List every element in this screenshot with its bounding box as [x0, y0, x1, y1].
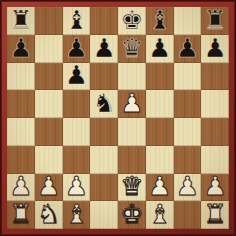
square-f4[interactable] [146, 118, 174, 146]
black-pawn-d7[interactable]: ♟ [92, 35, 115, 61]
square-d5[interactable]: ♞ [90, 90, 118, 118]
white-pawn-h2[interactable]: ♟ [203, 173, 226, 199]
square-d4[interactable] [90, 118, 118, 146]
square-a7[interactable]: ♟ [7, 35, 35, 63]
square-h4[interactable] [201, 118, 229, 146]
square-e6[interactable] [118, 63, 146, 91]
square-c4[interactable] [63, 118, 91, 146]
square-h5[interactable] [201, 90, 229, 118]
square-d6[interactable] [90, 63, 118, 91]
black-king-e8[interactable]: ♚ [120, 7, 143, 33]
square-a4[interactable] [7, 118, 35, 146]
square-g5[interactable] [174, 90, 202, 118]
black-queen-e7[interactable]: ♛ [120, 35, 143, 61]
white-queen-e2[interactable]: ♛ [120, 173, 143, 199]
square-b3[interactable] [35, 146, 63, 174]
square-g2[interactable]: ♟ [174, 174, 202, 202]
square-e8[interactable]: ♚ [118, 7, 146, 35]
square-f6[interactable] [146, 63, 174, 91]
square-d7[interactable]: ♟ [90, 35, 118, 63]
square-d8[interactable] [90, 7, 118, 35]
square-e4[interactable] [118, 118, 146, 146]
black-rook-a8[interactable]: ♜ [9, 7, 32, 33]
white-pawn-b2[interactable]: ♟ [37, 173, 60, 199]
white-pawn-a2[interactable]: ♟ [9, 173, 32, 199]
square-b5[interactable] [35, 90, 63, 118]
square-b6[interactable] [35, 63, 63, 91]
square-b7[interactable] [35, 35, 63, 63]
square-h2[interactable]: ♟ [201, 174, 229, 202]
white-rook-a1[interactable]: ♜ [9, 201, 32, 227]
square-h3[interactable] [201, 146, 229, 174]
square-f2[interactable]: ♟ [146, 174, 174, 202]
square-e5[interactable]: ♟ [118, 90, 146, 118]
black-pawn-c6[interactable]: ♟ [65, 62, 88, 88]
square-b1[interactable]: ♞ [35, 201, 63, 229]
square-h6[interactable] [201, 63, 229, 91]
square-g1[interactable] [174, 201, 202, 229]
white-pawn-c2[interactable]: ♟ [65, 173, 88, 199]
square-a8[interactable]: ♜ [7, 7, 35, 35]
black-bishop-f8[interactable]: ♝ [148, 7, 171, 33]
white-pawn-e5[interactable]: ♟ [120, 90, 143, 116]
black-pawn-g7[interactable]: ♟ [176, 35, 199, 61]
black-pawn-h7[interactable]: ♟ [203, 35, 226, 61]
square-b2[interactable]: ♟ [35, 174, 63, 202]
square-g4[interactable] [174, 118, 202, 146]
square-c3[interactable] [63, 146, 91, 174]
square-c7[interactable]: ♟ [63, 35, 91, 63]
black-rook-h8[interactable]: ♜ [203, 7, 226, 33]
square-f7[interactable]: ♟ [146, 35, 174, 63]
square-h1[interactable]: ♜ [201, 201, 229, 229]
square-d1[interactable] [90, 201, 118, 229]
black-pawn-c7[interactable]: ♟ [65, 35, 88, 61]
square-g6[interactable] [174, 63, 202, 91]
square-a3[interactable] [7, 146, 35, 174]
square-h8[interactable]: ♜ [201, 7, 229, 35]
white-king-e1[interactable]: ♚ [120, 201, 143, 227]
square-f3[interactable] [146, 146, 174, 174]
board-frame: ♜♝♚♝♜♟♟♟♛♟♟♟♟♞♟♟♟♟♛♟♟♟♜♞♝♚♝♜ [0, 0, 236, 236]
square-a5[interactable] [7, 90, 35, 118]
square-c2[interactable]: ♟ [63, 174, 91, 202]
square-g8[interactable] [174, 7, 202, 35]
white-bishop-f1[interactable]: ♝ [148, 201, 171, 227]
white-rook-h1[interactable]: ♜ [203, 201, 226, 227]
square-c5[interactable] [63, 90, 91, 118]
square-e2[interactable]: ♛ [118, 174, 146, 202]
square-a6[interactable] [7, 63, 35, 91]
square-e1[interactable]: ♚ [118, 201, 146, 229]
square-f5[interactable] [146, 90, 174, 118]
black-pawn-a7[interactable]: ♟ [9, 35, 32, 61]
square-d2[interactable] [90, 174, 118, 202]
square-e3[interactable] [118, 146, 146, 174]
square-f1[interactable]: ♝ [146, 201, 174, 229]
square-f8[interactable]: ♝ [146, 7, 174, 35]
square-a1[interactable]: ♜ [7, 201, 35, 229]
white-pawn-g2[interactable]: ♟ [176, 173, 199, 199]
board: ♜♝♚♝♜♟♟♟♛♟♟♟♟♞♟♟♟♟♛♟♟♟♜♞♝♚♝♜ [7, 7, 229, 229]
black-pawn-f7[interactable]: ♟ [148, 35, 171, 61]
square-g7[interactable]: ♟ [174, 35, 202, 63]
square-h7[interactable]: ♟ [201, 35, 229, 63]
black-knight-d5[interactable]: ♞ [92, 90, 115, 116]
square-c1[interactable]: ♝ [63, 201, 91, 229]
square-b4[interactable] [35, 118, 63, 146]
white-knight-b1[interactable]: ♞ [37, 201, 60, 227]
square-c8[interactable]: ♝ [63, 7, 91, 35]
square-d3[interactable] [90, 146, 118, 174]
square-b8[interactable] [35, 7, 63, 35]
square-c6[interactable]: ♟ [63, 63, 91, 91]
square-e7[interactable]: ♛ [118, 35, 146, 63]
square-a2[interactable]: ♟ [7, 174, 35, 202]
white-bishop-c1[interactable]: ♝ [65, 201, 88, 227]
square-g3[interactable] [174, 146, 202, 174]
black-bishop-c8[interactable]: ♝ [65, 7, 88, 33]
white-pawn-f2[interactable]: ♟ [148, 173, 171, 199]
